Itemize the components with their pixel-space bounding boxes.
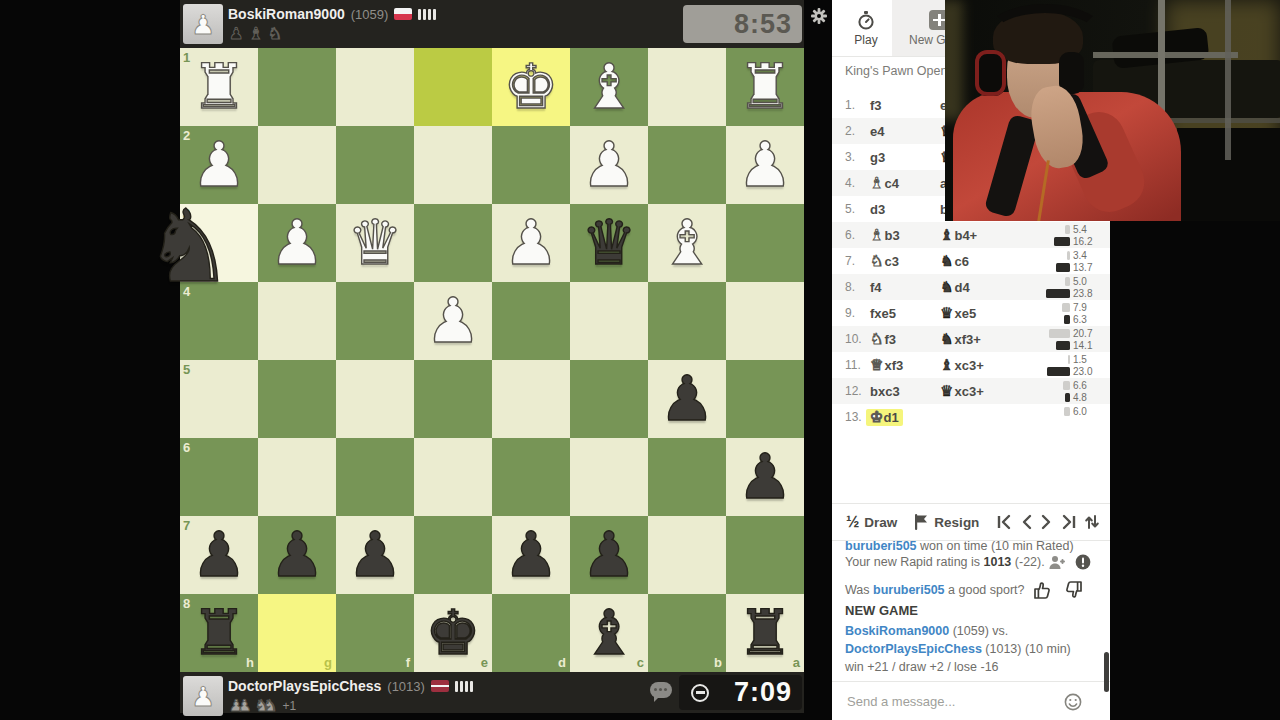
move-white[interactable]: f4	[870, 280, 940, 295]
move-times: 3.413.7	[1020, 249, 1100, 273]
bottom-player-avatar[interactable]: ♟	[183, 676, 223, 716]
piece-white-pawn[interactable]: ♟	[492, 204, 570, 282]
move-san: d3	[870, 202, 885, 217]
figurine-king-icon: ♚	[870, 410, 883, 425]
square-f1[interactable]	[336, 48, 414, 126]
square-a3[interactable]	[726, 204, 804, 282]
next-move-button[interactable]	[1040, 514, 1053, 530]
chat-bar	[832, 681, 1110, 720]
figurine-knight-icon: ♞	[870, 332, 883, 347]
webcam-bedframe-pole	[1225, 0, 1231, 160]
time-seconds: 16.2	[1073, 236, 1100, 247]
go-to-start-button[interactable]	[996, 514, 1013, 530]
move-black[interactable]: ♞c6	[940, 254, 1032, 269]
file-label-b: b	[714, 656, 722, 669]
previous-move-button[interactable]	[1020, 514, 1033, 530]
sidebar-scrollbar[interactable]	[1104, 652, 1109, 692]
square-a7[interactable]	[726, 516, 804, 594]
square-a4[interactable]	[726, 282, 804, 360]
square-b3[interactable]: ♝	[648, 204, 726, 282]
move-san: bxc3	[870, 384, 900, 399]
move-white[interactable]: ♛xf3	[870, 358, 940, 373]
thumbs-up-icon[interactable]	[1033, 580, 1054, 600]
square-e3[interactable]	[414, 204, 492, 282]
move-san: c6	[954, 254, 968, 269]
square-a6[interactable]: ♟	[726, 438, 804, 516]
square-h6[interactable]: 6	[180, 438, 258, 516]
square-d3[interactable]: ♟	[492, 204, 570, 282]
time-seconds: 14.1	[1073, 340, 1100, 351]
piece-white-pawn[interactable]: ♟	[726, 126, 804, 204]
square-a2[interactable]: ♟	[726, 126, 804, 204]
time-seconds: 3.4	[1073, 250, 1100, 261]
time-seconds: 1.5	[1073, 354, 1100, 365]
bottom-player-bar: ♟ DoctorPlaysEpicChess (1013) ♟♟ ♞♞ +1 7…	[180, 672, 804, 713]
report-icon[interactable]	[1075, 554, 1091, 570]
top-player-avatar[interactable]: ♟	[183, 4, 223, 44]
timer-icon	[691, 684, 709, 702]
piece-black-bishop[interactable]: ♝	[570, 594, 648, 672]
move-row: 11.♛xf3♝xc3+1.523.0	[832, 352, 1110, 378]
piece-white-queen[interactable]: ♛	[336, 204, 414, 282]
time-seconds: 7.9	[1073, 302, 1100, 313]
rating-odds: win +21 / draw +2 / lose -16	[845, 658, 1097, 676]
move-san: xc3+	[954, 384, 983, 399]
square-c8[interactable]: c♝	[570, 594, 648, 672]
move-row: 8.f4♞d45.023.8	[832, 274, 1110, 300]
square-e8[interactable]: e♚	[414, 594, 492, 672]
move-san: b3	[884, 228, 899, 243]
move-number: 11.	[845, 358, 870, 372]
square-c2[interactable]: ♟	[570, 126, 648, 204]
sport-player-link[interactable]: buruberi505	[873, 583, 945, 597]
move-number: 6.	[845, 228, 870, 242]
top-captured-pieces: ♟ ♝ ♞	[229, 26, 282, 42]
avatar-pawn-icon: ♟	[191, 683, 215, 710]
chat-message-input[interactable]	[845, 693, 1064, 710]
square-c1[interactable]: ♝	[570, 48, 648, 126]
piece-black-pawn[interactable]: ♟	[726, 438, 804, 516]
piece-black-pawn[interactable]: ♟	[492, 516, 570, 594]
time-bar	[1062, 303, 1070, 312]
figurine-knight-icon: ♞	[940, 254, 953, 269]
move-number: 8.	[845, 280, 870, 294]
square-b1[interactable]	[648, 48, 726, 126]
webcam-overlay	[945, 0, 1280, 221]
time-seconds: 23.0	[1073, 366, 1100, 377]
square-g5[interactable]	[258, 360, 336, 438]
time-seconds: 5.4	[1073, 224, 1100, 235]
move-row: 7.♞c3♞c63.413.7	[832, 248, 1110, 274]
piece-white-rook[interactable]: ♜	[726, 48, 804, 126]
square-b8[interactable]: b	[648, 594, 726, 672]
piece-black-queen[interactable]: ♛	[570, 204, 648, 282]
move-number: 9.	[845, 306, 870, 320]
piece-white-rook[interactable]: ♜	[180, 48, 258, 126]
top-player-bar: ♟ BoskiRoman9000 (1059) ♟ ♝ ♞ 8:53	[180, 0, 804, 48]
piece-black-king[interactable]: ♚	[414, 594, 492, 672]
square-b7[interactable]	[648, 516, 726, 594]
move-white[interactable]: ♝c4	[870, 176, 940, 191]
piece-black-rook[interactable]: ♜	[726, 594, 804, 672]
time-bar	[1046, 289, 1070, 298]
move-row: 6.♝b3♝b4+5.416.2	[832, 222, 1110, 248]
figurine-knight-icon: ♞	[870, 254, 883, 269]
tab-play[interactable]: Play	[838, 0, 894, 56]
move-san: e4	[870, 124, 884, 139]
time-bar	[1064, 407, 1070, 416]
chat-bubble-icon[interactable]	[650, 682, 672, 698]
square-c4[interactable]	[570, 282, 648, 360]
move-row: 13.♚d16.0	[832, 404, 1110, 430]
square-g3[interactable]: ♟	[258, 204, 336, 282]
square-e5[interactable]	[414, 360, 492, 438]
move-san: c3	[884, 254, 898, 269]
square-g6[interactable]	[258, 438, 336, 516]
stream-canvas: ♟ BoskiRoman9000 (1059) ♟ ♝ ♞ 8:53	[0, 0, 1280, 720]
top-player-clock: 8:53	[683, 5, 802, 43]
square-h3[interactable]: 3♞	[180, 204, 258, 282]
square-h8[interactable]: 8h♜	[180, 594, 258, 672]
move-number: 3.	[845, 150, 870, 164]
good-sport-row: Was buruberi505 a good sport?	[845, 580, 1097, 600]
square-b6[interactable]	[648, 438, 726, 516]
new-game-heading: NEW GAME	[845, 602, 1097, 620]
figurine-queen-icon: ♛	[940, 384, 953, 399]
settings-gear-icon[interactable]	[810, 7, 828, 29]
time-seconds: 4.8	[1073, 392, 1100, 403]
move-white[interactable]: g3	[870, 150, 940, 165]
resign-button[interactable]: Resign	[913, 513, 979, 531]
chess-board[interactable]: 1♜♚♝♜2♟♟♟3♞♟♛♟♛♝4♟5♟6♟7♟♟♟♟♟8h♜gfe♚dc♝ba…	[180, 48, 804, 672]
square-f8[interactable]: f	[336, 594, 414, 672]
figurine-bishop-icon: ♝	[940, 358, 953, 373]
new-game-player2-link[interactable]: DoctorPlaysEpicChess	[845, 642, 982, 656]
new-rating: 1013	[984, 555, 1012, 569]
bottom-player-rating: (1013)	[387, 679, 425, 694]
go-to-end-button[interactable]	[1060, 514, 1077, 530]
connection-bars-icon	[455, 681, 473, 692]
time-seconds: 23.8	[1073, 288, 1100, 299]
piece-white-pawn[interactable]: ♟	[414, 282, 492, 360]
move-number: 5.	[845, 202, 870, 216]
time-seconds: 6.0	[1073, 406, 1100, 417]
figurine-queen-icon: ♛	[870, 358, 883, 373]
piece-black-rook[interactable]: ♜	[180, 594, 258, 672]
captured-black-pieces-icons: ♟ ♝ ♞	[229, 26, 282, 42]
piece-white-bishop[interactable]: ♝	[648, 204, 726, 282]
figurine-queen-icon: ♛	[940, 306, 953, 321]
emoji-icon[interactable]	[1064, 693, 1082, 711]
move-times: 6.0	[1020, 405, 1100, 429]
time-seconds: 6.6	[1073, 380, 1100, 391]
game-controls: ½ Draw Resign	[832, 503, 1110, 541]
latvia-flag-icon	[431, 680, 449, 692]
figurine-bishop-icon: ♝	[940, 228, 953, 243]
piece-black-pawn[interactable]: ♟	[258, 516, 336, 594]
time-bar	[1065, 277, 1070, 286]
piece-black-pawn[interactable]: ♟	[648, 360, 726, 438]
piece-white-pawn[interactable]: ♟	[258, 204, 336, 282]
square-d4[interactable]	[492, 282, 570, 360]
webcam-bedframe	[1093, 52, 1238, 58]
time-bar	[1056, 341, 1070, 350]
top-clock-time: 8:53	[734, 9, 792, 40]
move-white[interactable]: ♝b3	[870, 228, 940, 243]
connection-bars-icon	[418, 9, 436, 20]
figurine-knight-icon: ♞	[940, 332, 953, 347]
time-bar	[1065, 225, 1070, 234]
move-white[interactable]: ♞c3	[870, 254, 940, 269]
move-number: 4.	[845, 176, 870, 190]
game-result-text: buruberi505 won on time (10 min Rated) Y…	[845, 538, 1097, 570]
time-bar	[1065, 393, 1070, 402]
bottom-captured-pieces: ♟♟ ♞♞ +1	[229, 698, 296, 714]
square-d2[interactable]	[492, 126, 570, 204]
poland-flag-icon	[394, 8, 412, 20]
square-f7[interactable]: ♟	[336, 516, 414, 594]
square-a8[interactable]: a♜	[726, 594, 804, 672]
time-seconds: 5.0	[1073, 276, 1100, 287]
move-san: f3	[870, 98, 882, 113]
top-player-name[interactable]: BoskiRoman9000	[228, 6, 345, 22]
piece-black-pawn[interactable]: ♟	[570, 516, 648, 594]
square-d8[interactable]: d	[492, 594, 570, 672]
bottom-player-clock: 7:09	[679, 675, 802, 710]
move-black[interactable]: ♝b4+	[940, 228, 1032, 243]
square-f4[interactable]	[336, 282, 414, 360]
square-c7[interactable]: ♟	[570, 516, 648, 594]
square-g7[interactable]: ♟	[258, 516, 336, 594]
move-row: 9.fxe5♛xe57.96.3	[832, 300, 1110, 326]
move-san: g3	[870, 150, 885, 165]
bottom-clock-time: 7:09	[734, 677, 792, 708]
square-a5[interactable]	[726, 360, 804, 438]
square-g1[interactable]	[258, 48, 336, 126]
piece-black-knight[interactable]: ♞	[150, 208, 228, 286]
winner-name[interactable]: buruberi505	[845, 539, 917, 553]
add-friend-icon[interactable]	[1048, 555, 1065, 570]
move-number: 12.	[845, 384, 870, 398]
move-white[interactable]: e4	[870, 124, 940, 139]
move-row: 10.♞f3♞xf3+20.714.1	[832, 326, 1110, 352]
webcam-wall	[945, 0, 963, 120]
square-a1[interactable]: ♜	[726, 48, 804, 126]
square-e6[interactable]	[414, 438, 492, 516]
move-black[interactable]: ♛xe5	[940, 306, 1032, 321]
square-d1[interactable]: ♚	[492, 48, 570, 126]
time-seconds: 13.7	[1073, 262, 1100, 273]
file-label-d: d	[558, 656, 566, 669]
move-san: f4	[870, 280, 882, 295]
new-game-block: NEW GAME BoskiRoman9000 (1059) vs. Docto…	[845, 602, 1097, 676]
time-seconds: 20.7	[1073, 328, 1100, 339]
move-times: 5.023.8	[1020, 275, 1100, 299]
time-bar	[1068, 355, 1070, 364]
bottom-player-name[interactable]: DoctorPlaysEpicChess	[228, 678, 381, 694]
move-times: 7.96.3	[1020, 301, 1100, 325]
move-white[interactable]: ♞f3	[870, 332, 940, 347]
figurine-bishop-icon: ♝	[870, 176, 883, 191]
move-white[interactable]: f3	[870, 98, 940, 113]
move-san: xf3+	[954, 332, 980, 347]
piece-white-king[interactable]: ♚	[492, 48, 570, 126]
captured-white-pawns-icons: ♟♟	[229, 698, 252, 714]
new-game-player1-link[interactable]: BoskiRoman9000	[845, 624, 949, 638]
rank-label-5: 5	[183, 363, 190, 376]
avatar-pawn-icon: ♟	[191, 11, 215, 38]
square-e4[interactable]: ♟	[414, 282, 492, 360]
flag-icon	[913, 513, 929, 531]
piece-black-pawn[interactable]: ♟	[336, 516, 414, 594]
tab-play-label: Play	[854, 33, 877, 47]
time-bar	[1064, 315, 1070, 324]
square-e1[interactable]	[414, 48, 492, 126]
square-c5[interactable]	[570, 360, 648, 438]
move-row: 12.bxc3♛xc3+6.64.8	[832, 378, 1110, 404]
time-seconds: 6.3	[1073, 314, 1100, 325]
square-h5[interactable]: 5	[180, 360, 258, 438]
move-white[interactable]: ♚d1	[870, 409, 940, 426]
move-number: 10.	[845, 332, 870, 346]
piece-black-pawn[interactable]: ♟	[180, 516, 258, 594]
move-black[interactable]: ♞xf3+	[940, 332, 1032, 347]
move-san: xe5	[954, 306, 976, 321]
file-label-g: g	[324, 656, 332, 669]
square-b5[interactable]: ♟	[648, 360, 726, 438]
square-h1[interactable]: 1♜	[180, 48, 258, 126]
stopwatch-icon	[856, 10, 876, 30]
square-f6[interactable]	[336, 438, 414, 516]
draw-label: Draw	[864, 515, 897, 530]
move-times: 5.416.2	[1020, 223, 1100, 247]
piece-white-pawn[interactable]: ♟	[570, 126, 648, 204]
resign-label: Resign	[934, 515, 979, 530]
square-f3[interactable]: ♛	[336, 204, 414, 282]
move-san: f3	[884, 332, 896, 347]
move-san: fxe5	[870, 306, 896, 321]
square-c6[interactable]	[570, 438, 648, 516]
material-advantage: +1	[282, 700, 296, 712]
time-bar	[1049, 329, 1070, 338]
move-times: 6.64.8	[1020, 379, 1100, 403]
thumbs-down-icon[interactable]	[1062, 580, 1083, 600]
captured-white-knights-icons: ♞♞	[255, 698, 278, 714]
half-icon: ½	[846, 513, 859, 531]
move-white[interactable]: bxc3	[870, 384, 940, 399]
square-g8[interactable]: g	[258, 594, 336, 672]
move-black[interactable]: ♛xc3+	[940, 384, 1032, 399]
file-label-f: f	[406, 656, 410, 669]
move-number: 1.	[845, 98, 870, 112]
flip-board-button[interactable]	[1084, 514, 1100, 530]
move-number: 2.	[845, 124, 870, 138]
square-d7[interactable]: ♟	[492, 516, 570, 594]
square-b2[interactable]	[648, 126, 726, 204]
figurine-bishop-icon: ♝	[870, 228, 883, 243]
time-bar	[1067, 251, 1070, 260]
time-bar	[1047, 367, 1070, 376]
square-f5[interactable]	[336, 360, 414, 438]
square-b4[interactable]	[648, 282, 726, 360]
move-san: d4	[954, 280, 969, 295]
square-e7[interactable]	[414, 516, 492, 594]
move-times: 20.714.1	[1020, 327, 1100, 351]
move-number: 7.	[845, 254, 870, 268]
square-e2[interactable]	[414, 126, 492, 204]
move-san: xc3+	[954, 358, 983, 373]
move-san: c4	[884, 176, 898, 191]
move-black[interactable]: ♞d4	[940, 280, 1032, 295]
move-black[interactable]: ♝xc3+	[940, 358, 1032, 373]
top-player-rating: (1059)	[351, 7, 389, 22]
square-f2[interactable]	[336, 126, 414, 204]
time-bar	[1054, 237, 1070, 246]
square-c3[interactable]: ♛	[570, 204, 648, 282]
square-d5[interactable]	[492, 360, 570, 438]
time-bar	[1056, 263, 1070, 272]
move-san: d1	[883, 410, 898, 425]
draw-button[interactable]: ½ Draw	[846, 513, 897, 531]
figurine-knight-icon: ♞	[940, 280, 953, 295]
square-g2[interactable]	[258, 126, 336, 204]
webcam-headphones-earcup	[975, 50, 1006, 96]
move-san: b4+	[954, 228, 977, 243]
move-white[interactable]: fxe5	[870, 306, 940, 321]
rank-label-6: 6	[183, 441, 190, 454]
move-white[interactable]: d3	[870, 202, 940, 217]
piece-white-bishop[interactable]: ♝	[570, 48, 648, 126]
square-g4[interactable]	[258, 282, 336, 360]
time-bar	[1063, 381, 1070, 390]
square-h7[interactable]: 7♟	[180, 516, 258, 594]
square-d6[interactable]	[492, 438, 570, 516]
move-times: 1.523.0	[1020, 353, 1100, 377]
move-san: xf3	[884, 358, 903, 373]
